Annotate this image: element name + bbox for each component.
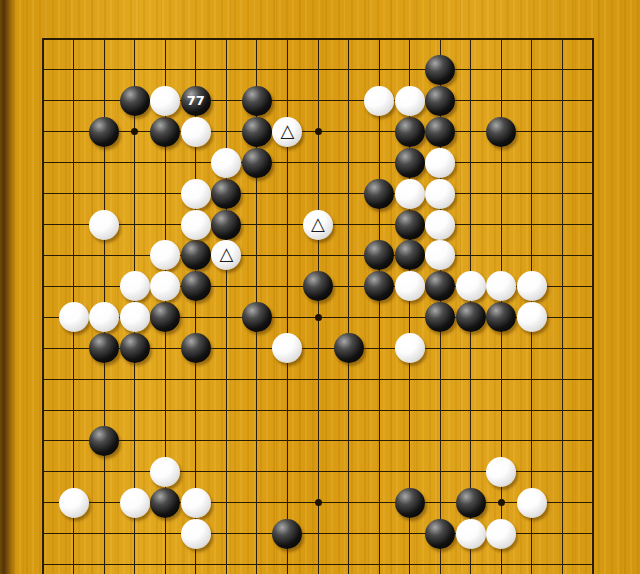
stone-white: [120, 488, 150, 518]
stone-white: △: [303, 210, 333, 240]
stone-black: [425, 86, 455, 116]
stone-black: [486, 117, 516, 147]
star-point: [315, 128, 322, 135]
stone-white: [486, 519, 516, 549]
grid-line-horizontal: [42, 410, 594, 411]
grid-line-vertical: [562, 38, 563, 574]
stone-white: [456, 519, 486, 549]
go-board-screenshot: 77△△△: [0, 0, 640, 574]
stone-white: [181, 488, 211, 518]
stone-black: [395, 210, 425, 240]
stone-white: △: [211, 240, 241, 270]
stone-white: [181, 179, 211, 209]
stone-black: [425, 302, 455, 332]
stone-black: [242, 117, 272, 147]
stone-white: [89, 302, 119, 332]
stone-black: [181, 240, 211, 270]
stone-white: [120, 271, 150, 301]
stone-black: [395, 488, 425, 518]
stone-black: [181, 271, 211, 301]
stone-white: [181, 519, 211, 549]
stone-white: [150, 240, 180, 270]
grid-line-horizontal: [42, 564, 594, 565]
triangle-mark: △: [281, 122, 295, 140]
stone-black: 77: [181, 86, 211, 116]
stone-black: [395, 240, 425, 270]
stone-black: [425, 117, 455, 147]
stone-white: [456, 271, 486, 301]
stone-white: [181, 117, 211, 147]
stone-black: [150, 302, 180, 332]
stone-white: [272, 333, 302, 363]
stone-black: [242, 148, 272, 178]
stone-white: [395, 271, 425, 301]
stone-white: [517, 302, 547, 332]
stone-white: [395, 179, 425, 209]
star-point: [131, 128, 138, 135]
stone-white: [364, 86, 394, 116]
stone-black: [334, 333, 364, 363]
stone-white: [211, 148, 241, 178]
stone-white: [486, 271, 516, 301]
stone-black: [150, 488, 180, 518]
stone-black: [425, 55, 455, 85]
stone-white: [181, 210, 211, 240]
grid-line-vertical: [348, 38, 349, 574]
stone-black: [364, 271, 394, 301]
stone-white: [425, 240, 455, 270]
stone-black: [120, 86, 150, 116]
stone-white: [517, 271, 547, 301]
stone-white: [395, 86, 425, 116]
stone-white: [425, 179, 455, 209]
grid-line-vertical: [226, 38, 227, 574]
stone-black: [456, 302, 486, 332]
stone-white: [517, 488, 547, 518]
stone-black: [395, 117, 425, 147]
go-board[interactable]: 77△△△: [0, 0, 640, 574]
grid-line-vertical: [379, 38, 380, 574]
stone-black: [120, 333, 150, 363]
stone-black: [364, 240, 394, 270]
stone-black: [272, 519, 302, 549]
stone-black: [486, 302, 516, 332]
stone-white: [59, 302, 89, 332]
stone-white: [395, 333, 425, 363]
stone-black: [242, 86, 272, 116]
stone-white: [150, 271, 180, 301]
star-point: [315, 314, 322, 321]
stone-black: [303, 271, 333, 301]
stone-white: [120, 302, 150, 332]
star-point: [498, 499, 505, 506]
stone-white: [425, 210, 455, 240]
stone-black: [364, 179, 394, 209]
stone-black: [425, 271, 455, 301]
stone-black: [89, 333, 119, 363]
stone-white: [486, 457, 516, 487]
stone-black: [150, 117, 180, 147]
stone-white: △: [272, 117, 302, 147]
star-point: [315, 499, 322, 506]
stone-white: [150, 457, 180, 487]
stone-white: [150, 86, 180, 116]
stone-black: [89, 117, 119, 147]
grid-line-horizontal: [42, 379, 594, 380]
stone-black: [395, 148, 425, 178]
stone-black: [456, 488, 486, 518]
stone-white: [425, 148, 455, 178]
grid-line-vertical: [592, 38, 594, 574]
triangle-mark: △: [311, 215, 325, 233]
stone-white: [59, 488, 89, 518]
grid-line-vertical: [318, 38, 319, 574]
grid-line-vertical: [42, 38, 44, 574]
stone-black: [425, 519, 455, 549]
stone-black: [211, 210, 241, 240]
stone-black: [211, 179, 241, 209]
stone-white: [89, 210, 119, 240]
grid-line-horizontal: [42, 440, 594, 441]
triangle-mark: △: [219, 245, 233, 263]
stone-black: [242, 302, 272, 332]
stone-black: [181, 333, 211, 363]
move-number-label: 77: [187, 94, 205, 107]
stone-black: [89, 426, 119, 456]
